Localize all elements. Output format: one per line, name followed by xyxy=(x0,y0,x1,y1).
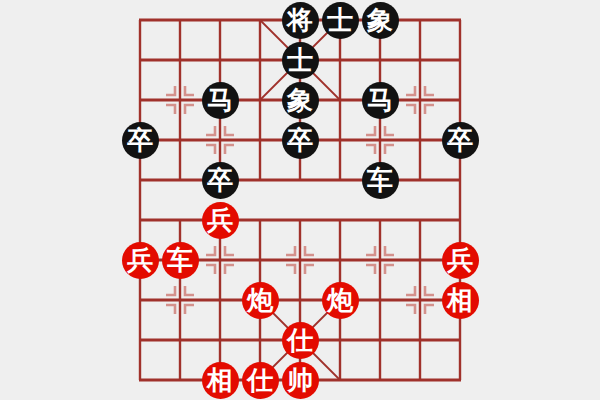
piece-glyph: 将 xyxy=(287,2,313,39)
piece-red-soldier[interactable]: 兵 xyxy=(202,202,239,239)
xiangqi-board[interactable]: 将士象士马象马卒卒卒卒车兵兵车兵炮炮相仕相仕帅 xyxy=(120,0,480,400)
piece-black-advisor[interactable]: 士 xyxy=(322,2,359,39)
piece-red-chariot[interactable]: 车 xyxy=(162,242,199,279)
piece-glyph: 仕 xyxy=(287,322,313,359)
piece-glyph: 帅 xyxy=(287,362,313,399)
piece-red-elephant[interactable]: 相 xyxy=(442,282,479,319)
piece-glyph: 炮 xyxy=(247,282,273,319)
piece-black-soldier[interactable]: 卒 xyxy=(442,122,479,159)
piece-glyph: 士 xyxy=(287,42,313,79)
piece-red-general[interactable]: 帅 xyxy=(282,362,319,399)
piece-glyph: 兵 xyxy=(207,202,233,239)
piece-glyph: 卒 xyxy=(287,122,313,159)
piece-red-cannon[interactable]: 炮 xyxy=(322,282,359,319)
xiangqi-app: 将士象士马象马卒卒卒卒车兵兵车兵炮炮相仕相仕帅 xyxy=(0,0,600,400)
piece-black-general[interactable]: 将 xyxy=(282,2,319,39)
piece-glyph: 车 xyxy=(167,242,193,279)
piece-glyph: 兵 xyxy=(127,242,153,279)
piece-red-soldier[interactable]: 兵 xyxy=(442,242,479,279)
piece-red-advisor[interactable]: 仕 xyxy=(282,322,319,359)
piece-black-soldier[interactable]: 卒 xyxy=(282,122,319,159)
piece-red-advisor[interactable]: 仕 xyxy=(242,362,279,399)
piece-black-horse[interactable]: 马 xyxy=(202,82,239,119)
piece-black-advisor[interactable]: 士 xyxy=(282,42,319,79)
piece-black-elephant[interactable]: 象 xyxy=(362,2,399,39)
piece-red-cannon[interactable]: 炮 xyxy=(242,282,279,319)
piece-black-soldier[interactable]: 卒 xyxy=(122,122,159,159)
piece-glyph: 士 xyxy=(327,2,353,39)
piece-glyph: 马 xyxy=(207,82,233,119)
piece-black-chariot[interactable]: 车 xyxy=(362,162,399,199)
piece-glyph: 卒 xyxy=(447,122,473,159)
piece-black-horse[interactable]: 马 xyxy=(362,82,399,119)
piece-glyph: 炮 xyxy=(327,282,353,319)
piece-glyph: 相 xyxy=(447,282,473,319)
piece-black-elephant[interactable]: 象 xyxy=(282,82,319,119)
piece-red-elephant[interactable]: 相 xyxy=(202,362,239,399)
piece-glyph: 兵 xyxy=(447,242,473,279)
piece-black-soldier[interactable]: 卒 xyxy=(202,162,239,199)
piece-glyph: 相 xyxy=(207,362,233,399)
piece-glyph: 车 xyxy=(367,162,393,199)
piece-glyph: 卒 xyxy=(207,162,233,199)
piece-red-soldier[interactable]: 兵 xyxy=(122,242,159,279)
piece-glyph: 卒 xyxy=(127,122,153,159)
piece-glyph: 象 xyxy=(367,2,393,39)
piece-glyph: 象 xyxy=(287,82,313,119)
piece-glyph: 仕 xyxy=(247,362,273,399)
piece-glyph: 马 xyxy=(367,82,393,119)
